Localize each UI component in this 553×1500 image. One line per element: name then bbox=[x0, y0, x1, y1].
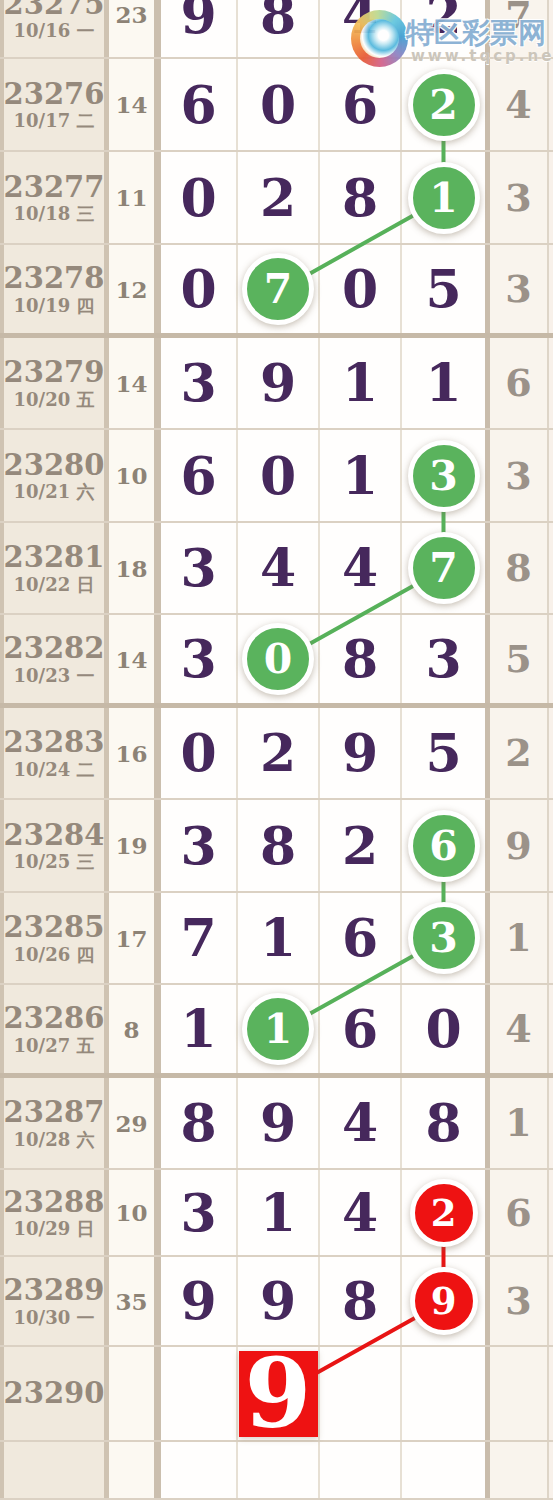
table-row-23278: 2327810/19 四1207053 bbox=[0, 245, 553, 338]
highlight-circle-red: 9 bbox=[410, 1267, 478, 1335]
table-row-23286: 2328610/27 五811604 bbox=[0, 985, 553, 1078]
digit: 4 bbox=[342, 542, 378, 594]
digit: 4 bbox=[260, 542, 296, 594]
draw-date: 10/26 四 bbox=[4, 945, 105, 965]
digit-cell: 5 bbox=[402, 245, 490, 333]
cutoff-column-stub bbox=[549, 523, 553, 613]
miss-count: 12 bbox=[115, 276, 147, 303]
tail-digit-cell: 9 bbox=[490, 800, 549, 891]
digit: 5 bbox=[425, 727, 461, 779]
period-cell: 2328610/27 五 bbox=[0, 985, 109, 1073]
highlight-circle-green: 1 bbox=[242, 993, 314, 1065]
tail-digit-cell: 8 bbox=[490, 523, 549, 613]
period-cell: 2328810/29 日 bbox=[0, 1170, 109, 1255]
digit: 1 bbox=[425, 357, 461, 409]
digit: 6 bbox=[342, 79, 378, 131]
miss-count-cell: 12 bbox=[109, 245, 161, 333]
digit-cell: 3 bbox=[402, 430, 490, 521]
miss-count: 10 bbox=[115, 462, 147, 489]
digit-cell: 0 bbox=[238, 430, 320, 521]
tail-digit-cell: 4 bbox=[490, 985, 549, 1073]
digit: 0 bbox=[260, 450, 296, 502]
digit-cell: 6 bbox=[320, 59, 402, 150]
digit-cell bbox=[161, 1347, 238, 1440]
miss-count: 18 bbox=[115, 555, 147, 582]
miss-count: 29 bbox=[115, 1110, 147, 1137]
table-row-23285: 2328510/26 四1771631 bbox=[0, 893, 553, 985]
table-row-empty bbox=[0, 1442, 553, 1500]
tail-digit-cell: 7 bbox=[490, 0, 549, 57]
period-cell: 2327910/20 五 bbox=[0, 338, 109, 428]
highlight-circle-green: 3 bbox=[408, 902, 480, 974]
cutoff-column-stub bbox=[549, 1347, 553, 1440]
tail-digit: 4 bbox=[505, 86, 531, 124]
period-number: 23277 bbox=[4, 171, 105, 204]
digit-cell: 8 bbox=[238, 0, 320, 57]
cutoff-column-stub bbox=[549, 1170, 553, 1255]
cutoff-column-stub bbox=[549, 985, 553, 1073]
digit-cell: 1 bbox=[238, 893, 320, 983]
miss-count: 8 bbox=[123, 1016, 139, 1043]
digit: 6 bbox=[180, 79, 216, 131]
period-number: 23288 bbox=[4, 1186, 105, 1219]
period-number: 23281 bbox=[4, 541, 105, 574]
digit-cell: 9 bbox=[238, 1257, 320, 1345]
digit-cell: 3 bbox=[161, 615, 238, 703]
miss-count-cell: 14 bbox=[109, 59, 161, 150]
cutoff-column-stub bbox=[549, 0, 553, 57]
cutoff-column-stub bbox=[549, 708, 553, 798]
digit-cell: 8 bbox=[320, 615, 402, 703]
digit: 3 bbox=[180, 1187, 216, 1239]
digit: 8 bbox=[342, 172, 378, 224]
period-cell: 2328410/25 三 bbox=[0, 800, 109, 891]
period-cell bbox=[0, 1442, 109, 1498]
digit: 9 bbox=[180, 0, 216, 41]
tail-digit: 3 bbox=[505, 457, 531, 495]
digit: 0 bbox=[180, 172, 216, 224]
tail-digit: 4 bbox=[505, 1010, 531, 1048]
miss-count-cell: 29 bbox=[109, 1078, 161, 1168]
highlight-circle-green: 0 bbox=[242, 623, 314, 695]
tail-digit: 7 bbox=[505, 0, 531, 34]
table-row-23275: 2327510/16 一2398427 bbox=[0, 0, 553, 59]
digit-cell: 9 bbox=[161, 1257, 238, 1345]
digit-cell: 3 bbox=[161, 338, 238, 428]
tail-digit-cell: 1 bbox=[490, 893, 549, 983]
digit: 9 bbox=[260, 1097, 296, 1149]
miss-count-cell: 10 bbox=[109, 1170, 161, 1255]
miss-count: 10 bbox=[115, 1199, 147, 1226]
tail-digit-cell: 1 bbox=[490, 1078, 549, 1168]
miss-count-cell: 10 bbox=[109, 430, 161, 521]
table-row-23290: 232909 bbox=[0, 1347, 553, 1442]
tail-digit: 2 bbox=[505, 734, 531, 772]
tail-digit: 8 bbox=[505, 549, 531, 587]
digit: 3 bbox=[180, 357, 216, 409]
digit: 3 bbox=[180, 542, 216, 594]
tail-digit-cell: 4 bbox=[490, 59, 549, 150]
cutoff-column-stub bbox=[549, 615, 553, 703]
table-row-23281: 2328110/22 日1834478 bbox=[0, 523, 553, 615]
draw-date: 10/21 六 bbox=[4, 482, 105, 502]
cutoff-column-stub bbox=[549, 800, 553, 891]
miss-count-cell: 35 bbox=[109, 1257, 161, 1345]
draw-date: 10/16 一 bbox=[4, 21, 105, 41]
period-number: 23286 bbox=[4, 1002, 105, 1035]
draw-date: 10/18 三 bbox=[4, 204, 105, 224]
tail-digit: 3 bbox=[505, 1282, 531, 1320]
highlight-circle-green: 7 bbox=[408, 532, 480, 604]
cutoff-column-stub bbox=[549, 1078, 553, 1168]
digit-cell: 1 bbox=[402, 338, 490, 428]
digit: 0 bbox=[180, 263, 216, 315]
miss-count-cell: 14 bbox=[109, 338, 161, 428]
digit: 1 bbox=[342, 357, 378, 409]
table-row-23282: 2328210/23 一1430835 bbox=[0, 615, 553, 708]
digit: 9 bbox=[180, 1275, 216, 1327]
digit-cell: 0 bbox=[161, 152, 238, 243]
table-row-23276: 2327610/17 二1460624 bbox=[0, 59, 553, 152]
miss-count-cell: 16 bbox=[109, 708, 161, 798]
tail-digit: 9 bbox=[505, 827, 531, 865]
digit-cell: 4 bbox=[320, 1078, 402, 1168]
period-number: 23279 bbox=[4, 356, 105, 389]
trend-chart: 2327510/16 一23984272327610/17 二146062423… bbox=[0, 0, 553, 1500]
draw-date: 10/17 二 bbox=[4, 111, 105, 131]
digit-cell bbox=[161, 1442, 238, 1498]
draw-date: 10/19 四 bbox=[4, 296, 105, 316]
table-row-23284: 2328410/25 三1938269 bbox=[0, 800, 553, 893]
tail-digit-cell bbox=[490, 1347, 549, 1440]
period-cell: 2328710/28 六 bbox=[0, 1078, 109, 1168]
tail-digit: 5 bbox=[505, 640, 531, 678]
digit: 8 bbox=[180, 1097, 216, 1149]
digit: 5 bbox=[425, 263, 461, 315]
highlight-circle-red: 2 bbox=[410, 1179, 478, 1247]
digit-cell: 7 bbox=[238, 245, 320, 333]
digit-cell: 0 bbox=[238, 59, 320, 150]
table-row-23289: 2328910/30 一3599893 bbox=[0, 1257, 553, 1347]
digit: 0 bbox=[342, 263, 378, 315]
digit: 1 bbox=[260, 1187, 296, 1239]
digit-cell: 3 bbox=[402, 893, 490, 983]
digit: 8 bbox=[260, 0, 296, 41]
digit-cell bbox=[402, 1442, 490, 1498]
draw-date: 10/27 五 bbox=[4, 1036, 105, 1056]
digit-cell: 6 bbox=[320, 893, 402, 983]
digit-cell: 1 bbox=[238, 985, 320, 1073]
digit: 8 bbox=[260, 820, 296, 872]
tail-digit-cell bbox=[490, 1442, 549, 1498]
digit-cell: 4 bbox=[320, 0, 402, 57]
digit: 6 bbox=[342, 912, 378, 964]
cutoff-column-stub bbox=[549, 1442, 553, 1498]
miss-count-cell: 11 bbox=[109, 152, 161, 243]
digit: 2 bbox=[260, 727, 296, 779]
draw-date: 10/29 日 bbox=[4, 1219, 105, 1239]
digit-cell: 4 bbox=[320, 1170, 402, 1255]
table-row-23279: 2327910/20 五1439116 bbox=[0, 338, 553, 430]
period-cell: 2328110/22 日 bbox=[0, 523, 109, 613]
cutoff-column-stub bbox=[549, 893, 553, 983]
highlight-circle-green: 1 bbox=[408, 162, 480, 234]
period-number: 23287 bbox=[4, 1096, 105, 1129]
digit-cell: 2 bbox=[402, 59, 490, 150]
cutoff-column-stub bbox=[549, 152, 553, 243]
digit: 3 bbox=[180, 820, 216, 872]
cutoff-column-stub bbox=[549, 430, 553, 521]
digit: 8 bbox=[425, 1097, 461, 1149]
digit: 1 bbox=[260, 912, 296, 964]
tail-digit: 3 bbox=[505, 179, 531, 217]
digit: 1 bbox=[180, 1003, 216, 1055]
period-cell: 23290 bbox=[0, 1347, 109, 1440]
miss-count: 16 bbox=[115, 740, 147, 767]
miss-count: 14 bbox=[115, 370, 147, 397]
tail-digit: 6 bbox=[505, 1194, 531, 1232]
highlight-circle-green: 3 bbox=[408, 440, 480, 512]
miss-count-cell: 8 bbox=[109, 985, 161, 1073]
digit-cell: 1 bbox=[402, 152, 490, 243]
digit-cell: 3 bbox=[161, 523, 238, 613]
tail-digit: 6 bbox=[505, 364, 531, 402]
digit: 3 bbox=[425, 633, 461, 685]
miss-count: 19 bbox=[115, 832, 147, 859]
period-cell: 2327510/16 一 bbox=[0, 0, 109, 57]
digit: 8 bbox=[342, 633, 378, 685]
table-row-23277: 2327710/18 三1102813 bbox=[0, 152, 553, 245]
draw-date: 10/23 一 bbox=[4, 666, 105, 686]
digit: 4 bbox=[342, 1187, 378, 1239]
miss-count-cell bbox=[109, 1442, 161, 1498]
period-cell: 2327810/19 四 bbox=[0, 245, 109, 333]
digit-cell: 2 bbox=[238, 708, 320, 798]
miss-count-cell: 14 bbox=[109, 615, 161, 703]
period-number: 23289 bbox=[4, 1274, 105, 1307]
digit-cell: 0 bbox=[161, 708, 238, 798]
period-number: 23280 bbox=[4, 449, 105, 482]
period-cell: 2328010/21 六 bbox=[0, 430, 109, 521]
period-number: 23275 bbox=[4, 0, 105, 21]
digit-cell: 8 bbox=[402, 1078, 490, 1168]
miss-count-cell: 18 bbox=[109, 523, 161, 613]
miss-count-cell bbox=[109, 1347, 161, 1440]
digit-cell: 0 bbox=[161, 245, 238, 333]
digit: 0 bbox=[260, 79, 296, 131]
miss-count: 17 bbox=[115, 925, 147, 952]
miss-count: 14 bbox=[115, 646, 147, 673]
draw-date: 10/25 三 bbox=[4, 852, 105, 872]
digit: 1 bbox=[342, 450, 378, 502]
digit-cell bbox=[238, 1442, 320, 1498]
digit: 8 bbox=[342, 1275, 378, 1327]
digit: 2 bbox=[425, 0, 461, 41]
digit: 4 bbox=[342, 1097, 378, 1149]
digit-cell: 4 bbox=[320, 523, 402, 613]
highlight-circle-green: 7 bbox=[242, 253, 314, 325]
period-number: 23282 bbox=[4, 632, 105, 665]
table-row-23280: 2328010/21 六1060133 bbox=[0, 430, 553, 523]
digit-cell: 6 bbox=[320, 985, 402, 1073]
digit-cell: 3 bbox=[402, 615, 490, 703]
period-number: 23278 bbox=[4, 262, 105, 295]
digit-cell: 9 bbox=[238, 338, 320, 428]
digit-cell: 3 bbox=[161, 1170, 238, 1255]
digit: 9 bbox=[342, 727, 378, 779]
digit: 9 bbox=[260, 357, 296, 409]
digit-cell: 1 bbox=[238, 1170, 320, 1255]
period-number: 23283 bbox=[4, 726, 105, 759]
miss-count: 14 bbox=[115, 91, 147, 118]
tail-digit: 3 bbox=[505, 270, 531, 308]
digit-cell: 0 bbox=[238, 615, 320, 703]
miss-count: 23 bbox=[115, 1, 147, 28]
period-cell: 2328910/30 一 bbox=[0, 1257, 109, 1345]
highlight-square-red: 9 bbox=[239, 1351, 318, 1437]
miss-count-cell: 19 bbox=[109, 800, 161, 891]
digit-cell: 1 bbox=[320, 430, 402, 521]
digit-cell: 2 bbox=[320, 800, 402, 891]
draw-date: 10/20 五 bbox=[4, 390, 105, 410]
digit-cell bbox=[402, 1347, 490, 1440]
digit-cell: 3 bbox=[161, 800, 238, 891]
digit-cell: 8 bbox=[238, 800, 320, 891]
period-cell: 2328210/23 一 bbox=[0, 615, 109, 703]
table-row-23287: 2328710/28 六2989481 bbox=[0, 1078, 553, 1170]
highlight-circle-green: 2 bbox=[408, 69, 480, 141]
draw-date: 10/30 一 bbox=[4, 1308, 105, 1328]
digit-cell: 7 bbox=[402, 523, 490, 613]
digit-cell: 9 bbox=[320, 708, 402, 798]
tail-digit-cell: 6 bbox=[490, 338, 549, 428]
digit-cell: 0 bbox=[320, 245, 402, 333]
cutoff-column-stub bbox=[549, 59, 553, 150]
digit: 0 bbox=[425, 1003, 461, 1055]
digit: 2 bbox=[260, 172, 296, 224]
digit-cell: 4 bbox=[238, 523, 320, 613]
digit-cell: 5 bbox=[402, 708, 490, 798]
digit-cell: 6 bbox=[161, 59, 238, 150]
tail-digit-cell: 5 bbox=[490, 615, 549, 703]
digit-cell: 9 bbox=[402, 1257, 490, 1345]
period-number: 23284 bbox=[4, 819, 105, 852]
highlight-circle-green: 6 bbox=[408, 810, 480, 882]
period-number: 23290 bbox=[4, 1377, 105, 1410]
period-cell: 2327710/18 三 bbox=[0, 152, 109, 243]
digit-cell: 7 bbox=[161, 893, 238, 983]
miss-count-cell: 17 bbox=[109, 893, 161, 983]
tail-digit: 1 bbox=[505, 919, 531, 957]
digit: 4 bbox=[342, 0, 378, 41]
digit-cell: 2 bbox=[402, 1170, 490, 1255]
tail-digit: 1 bbox=[505, 1104, 531, 1142]
tail-digit-cell: 3 bbox=[490, 1257, 549, 1345]
period-cell: 2327610/17 二 bbox=[0, 59, 109, 150]
digit-cell bbox=[320, 1442, 402, 1498]
cutoff-column-stub bbox=[549, 245, 553, 333]
digit-cell: 1 bbox=[320, 338, 402, 428]
digit-cell: 8 bbox=[320, 152, 402, 243]
digit: 2 bbox=[342, 820, 378, 872]
digit-cell bbox=[320, 1347, 402, 1440]
tail-digit-cell: 3 bbox=[490, 245, 549, 333]
miss-count: 35 bbox=[115, 1288, 147, 1315]
tail-digit-cell: 3 bbox=[490, 152, 549, 243]
table-row-23283: 2328310/24 二1602952 bbox=[0, 708, 553, 800]
draw-date: 10/22 日 bbox=[4, 575, 105, 595]
cutoff-column-stub bbox=[549, 338, 553, 428]
digit: 6 bbox=[180, 450, 216, 502]
digit-cell: 8 bbox=[320, 1257, 402, 1345]
period-number: 23276 bbox=[4, 78, 105, 111]
miss-count-cell: 23 bbox=[109, 0, 161, 57]
table-row-23288: 2328810/29 日1031426 bbox=[0, 1170, 553, 1257]
draw-date: 10/28 六 bbox=[4, 1130, 105, 1150]
digit-cell: 2 bbox=[402, 0, 490, 57]
digit: 7 bbox=[180, 912, 216, 964]
digit-cell: 9 bbox=[238, 1078, 320, 1168]
digit-cell: 6 bbox=[161, 430, 238, 521]
digit: 6 bbox=[342, 1003, 378, 1055]
digit-cell: 2 bbox=[238, 152, 320, 243]
digit: 3 bbox=[180, 633, 216, 685]
digit-cell: 9 bbox=[161, 0, 238, 57]
period-number: 23285 bbox=[4, 911, 105, 944]
draw-date: 10/24 二 bbox=[4, 760, 105, 780]
miss-count: 11 bbox=[115, 184, 147, 211]
digit-cell: 1 bbox=[161, 985, 238, 1073]
digit: 0 bbox=[180, 727, 216, 779]
digit-cell: 6 bbox=[402, 800, 490, 891]
digit: 9 bbox=[260, 1275, 296, 1327]
tail-digit-cell: 6 bbox=[490, 1170, 549, 1255]
period-cell: 2328510/26 四 bbox=[0, 893, 109, 983]
tail-digit-cell: 3 bbox=[490, 430, 549, 521]
cutoff-column-stub bbox=[549, 1257, 553, 1345]
digit-cell: 8 bbox=[161, 1078, 238, 1168]
digit-cell: 9 bbox=[238, 1347, 320, 1440]
tail-digit-cell: 2 bbox=[490, 708, 549, 798]
digit-cell: 0 bbox=[402, 985, 490, 1073]
period-cell: 2328310/24 二 bbox=[0, 708, 109, 798]
